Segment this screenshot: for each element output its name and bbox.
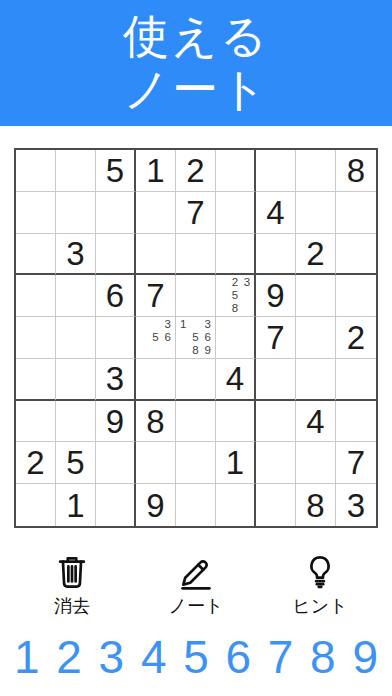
cell-r2c3[interactable] [96, 192, 136, 234]
cell-r5c3[interactable] [96, 317, 136, 359]
cell-r4c4[interactable]: 7 [136, 275, 176, 317]
cell-r9c1[interactable] [16, 484, 56, 526]
erase-button[interactable]: 消去 [10, 552, 134, 618]
cell-r1c1[interactable] [16, 150, 56, 192]
toolbar: 消去 ノート ヒント [0, 552, 392, 618]
pencil-notes: 356 [136, 317, 175, 358]
cell-r4c9[interactable] [336, 275, 376, 317]
cell-r4c7[interactable]: 9 [256, 275, 296, 317]
cell-r7c3[interactable]: 9 [96, 401, 136, 443]
cell-r7c9[interactable] [336, 401, 376, 443]
cell-r1c6[interactable] [216, 150, 256, 192]
numpad-3[interactable]: 3 [99, 634, 125, 680]
cell-r1c8[interactable] [296, 150, 336, 192]
numpad-9[interactable]: 9 [352, 634, 378, 680]
cell-r5c5[interactable]: 135689 [176, 317, 216, 359]
erase-label: 消去 [54, 597, 90, 617]
cell-r4c5[interactable] [176, 275, 216, 317]
numpad-7[interactable]: 7 [268, 634, 294, 680]
cell-r6c9[interactable] [336, 359, 376, 401]
cell-r6c5[interactable] [176, 359, 216, 401]
cell-r3c4[interactable] [136, 234, 176, 276]
numpad-1[interactable]: 1 [14, 634, 40, 680]
cell-r7c6[interactable] [216, 401, 256, 443]
cell-r8c6[interactable]: 1 [216, 442, 256, 484]
numpad-2[interactable]: 2 [56, 634, 82, 680]
cell-r2c8[interactable] [296, 192, 336, 234]
cell-r4c2[interactable] [56, 275, 96, 317]
cell-r2c9[interactable] [336, 192, 376, 234]
cell-r5c7[interactable]: 7 [256, 317, 296, 359]
cell-r7c5[interactable] [176, 401, 216, 443]
pencil-icon [177, 553, 215, 594]
cell-r5c9[interactable]: 2 [336, 317, 376, 359]
cell-r7c2[interactable] [56, 401, 96, 443]
cell-r9c3[interactable] [96, 484, 136, 526]
cell-r2c1[interactable] [16, 192, 56, 234]
number-pad: 123456789 [0, 634, 392, 680]
cell-r5c6[interactable] [216, 317, 256, 359]
pencil-notes: 135689 [176, 317, 215, 358]
cell-r7c4[interactable]: 8 [136, 401, 176, 443]
cell-r1c7[interactable] [256, 150, 296, 192]
cell-r5c2[interactable] [56, 317, 96, 359]
cell-r3c7[interactable] [256, 234, 296, 276]
cell-r6c2[interactable] [56, 359, 96, 401]
cell-r4c8[interactable] [296, 275, 336, 317]
cell-r3c3[interactable] [96, 234, 136, 276]
cell-r7c8[interactable]: 4 [296, 401, 336, 443]
cell-r9c4[interactable]: 9 [136, 484, 176, 526]
cell-r1c5[interactable]: 2 [176, 150, 216, 192]
cell-r1c9[interactable]: 8 [336, 150, 376, 192]
cell-r8c1[interactable]: 2 [16, 442, 56, 484]
cell-r3c6[interactable] [216, 234, 256, 276]
cell-r9c8[interactable]: 8 [296, 484, 336, 526]
cell-r8c7[interactable] [256, 442, 296, 484]
cell-r1c2[interactable] [56, 150, 96, 192]
cell-r3c1[interactable] [16, 234, 56, 276]
cell-r1c4[interactable]: 1 [136, 150, 176, 192]
cell-r2c6[interactable] [216, 192, 256, 234]
sudoku-board: 512874326723589356135689723498425171983 [14, 148, 378, 528]
cell-r2c2[interactable] [56, 192, 96, 234]
banner-line2: ノート [123, 63, 269, 116]
cell-r2c7[interactable]: 4 [256, 192, 296, 234]
cell-r6c6[interactable]: 4 [216, 359, 256, 401]
cell-r2c4[interactable] [136, 192, 176, 234]
cell-r5c1[interactable] [16, 317, 56, 359]
cell-r6c3[interactable]: 3 [96, 359, 136, 401]
cell-r7c7[interactable] [256, 401, 296, 443]
promo-banner: 使える ノート [0, 0, 392, 126]
cell-r2c5[interactable]: 7 [176, 192, 216, 234]
hint-label: ヒント [292, 597, 347, 617]
note-label: ノート [169, 597, 224, 617]
cell-r7c1[interactable] [16, 401, 56, 443]
lightbulb-icon [301, 553, 339, 594]
numpad-5[interactable]: 5 [183, 634, 209, 680]
cell-r3c8[interactable]: 2 [296, 234, 336, 276]
cell-r3c2[interactable]: 3 [56, 234, 96, 276]
cell-r3c5[interactable] [176, 234, 216, 276]
numpad-8[interactable]: 8 [310, 634, 336, 680]
cell-r8c9[interactable]: 7 [336, 442, 376, 484]
pencil-notes: 2358 [216, 275, 254, 316]
numpad-4[interactable]: 4 [141, 634, 167, 680]
cell-r8c5[interactable] [176, 442, 216, 484]
cell-r9c5[interactable] [176, 484, 216, 526]
cell-r4c1[interactable] [16, 275, 56, 317]
cell-r5c4[interactable]: 356 [136, 317, 176, 359]
cell-r6c1[interactable] [16, 359, 56, 401]
cell-r9c6[interactable] [216, 484, 256, 526]
cell-r8c2[interactable]: 5 [56, 442, 96, 484]
note-button[interactable]: ノート [134, 552, 258, 618]
cell-r8c4[interactable] [136, 442, 176, 484]
numpad-6[interactable]: 6 [225, 634, 251, 680]
cell-r5c8[interactable] [296, 317, 336, 359]
cell-r9c7[interactable] [256, 484, 296, 526]
banner-line1: 使える [123, 10, 269, 63]
cell-r6c4[interactable] [136, 359, 176, 401]
trash-icon [53, 553, 91, 594]
cell-r4c6[interactable]: 2358 [216, 275, 256, 317]
cell-r6c8[interactable] [296, 359, 336, 401]
cell-r1c3[interactable]: 5 [96, 150, 136, 192]
cell-r3c9[interactable] [336, 234, 376, 276]
cell-r9c9[interactable]: 3 [336, 484, 376, 526]
cell-r6c7[interactable] [256, 359, 296, 401]
hint-button[interactable]: ヒント [258, 552, 382, 618]
cell-r8c3[interactable] [96, 442, 136, 484]
cell-r4c3[interactable]: 6 [96, 275, 136, 317]
cell-r9c2[interactable]: 1 [56, 484, 96, 526]
cell-r8c8[interactable] [296, 442, 336, 484]
